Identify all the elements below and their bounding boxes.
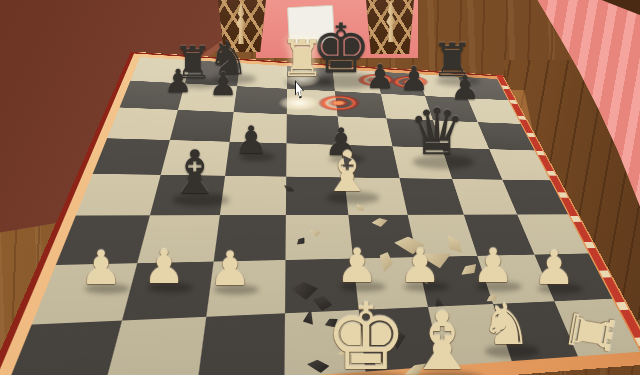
piece-white-bishop-f1[interactable]: ♝ (406, 302, 478, 375)
square-c1[interactable] (197, 313, 285, 375)
piece-black-pawn-c5[interactable]: ♟ (234, 121, 268, 159)
piece-black-pawn-a7[interactable]: ♟ (164, 65, 193, 97)
piece-white-pawn-e2[interactable]: ♟ (336, 242, 378, 289)
mouse-cursor-icon (295, 80, 308, 99)
square-c7[interactable] (234, 86, 287, 114)
piece-white-rook-d8[interactable]: ♜ (280, 34, 325, 84)
piece-white-pawn-f2[interactable]: ♟ (399, 242, 441, 289)
piece-black-pawn-f7[interactable]: ♟ (365, 60, 395, 93)
piece-black-queen-g5[interactable]: ♛ (408, 100, 465, 164)
piece-black-bishop-b4[interactable]: ♝ (168, 142, 222, 202)
square-a1[interactable] (2, 321, 122, 375)
piece-white-knight-g1[interactable]: ♞ (480, 296, 531, 353)
game-viewport: ♜♞♟♟♚♟♟♜♟♟♟♛♝♜♝♟♟♟♟♟♟♟♚♝♞♜ (0, 0, 640, 375)
piece-white-pawn-b2[interactable]: ♟ (143, 243, 185, 290)
square-a6[interactable] (107, 107, 178, 140)
square-a5[interactable] (93, 138, 170, 175)
piece-white-pawn-c2[interactable]: ♟ (209, 245, 251, 292)
square-a4[interactable] (76, 174, 161, 216)
piece-white-pawn-g2[interactable]: ♟ (472, 242, 514, 289)
piece-white-rook-h1[interactable]: ♜ (558, 302, 622, 361)
piece-black-pawn-g7[interactable]: ♟ (399, 62, 429, 95)
piece-white-pawn-h2[interactable]: ♟ (533, 244, 575, 291)
piece-white-king-e1[interactable]: ♚ (325, 292, 407, 375)
square-c4[interactable] (220, 176, 286, 215)
piece-black-pawn-b7[interactable]: ♟ (209, 68, 238, 100)
piece-white-pawn-a2[interactable]: ♟ (80, 244, 122, 291)
piece-white-bishop-e4[interactable]: ♝ (322, 144, 372, 200)
